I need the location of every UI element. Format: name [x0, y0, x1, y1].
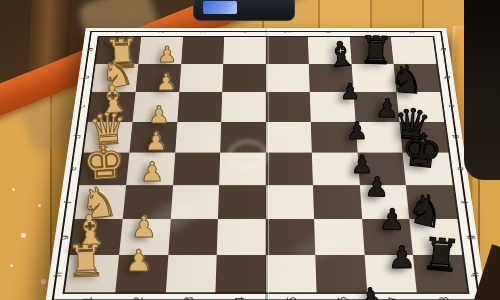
square-b3[interactable] [179, 64, 224, 92]
piece-black-bishop-a6[interactable]: ♝ [324, 36, 358, 73]
coordinate-label: c [76, 105, 86, 108]
coordinate-label: h [52, 272, 63, 277]
piece-black-pawn-g7[interactable]: ♟ [379, 205, 406, 235]
square-a4[interactable] [223, 37, 266, 64]
piece-white-pawn-b2[interactable]: ♟ [156, 71, 177, 94]
square-d3[interactable] [175, 122, 222, 153]
piece-black-king-e8[interactable]: ♚ [399, 125, 445, 175]
coordinate-label: a [438, 48, 448, 51]
photo-scene: 1122334455667788aabbccddeeffgghh ♜♞♝♛♚♞♝… [0, 0, 500, 300]
square-f4[interactable] [218, 185, 266, 219]
square-b4[interactable] [222, 64, 266, 92]
square-c3[interactable] [177, 92, 223, 122]
coordinate-label: f [459, 201, 470, 203]
coordinate-label: e [67, 167, 78, 171]
board-stain [228, 140, 268, 170]
piece-black-rook-a7[interactable]: ♜ [358, 31, 393, 70]
coordinate-label: c [446, 105, 456, 108]
piece-white-pawn-c2[interactable]: ♟ [148, 103, 170, 127]
square-h4[interactable] [216, 255, 266, 293]
square-a3[interactable] [181, 37, 225, 64]
board-fold-line [265, 28, 268, 300]
smartphone [193, 0, 295, 21]
coordinate-label: f [62, 201, 73, 203]
piece-white-pawn-a2[interactable]: ♟ [157, 44, 177, 66]
piece-black-rook-h8[interactable]: ♜ [419, 232, 462, 279]
coordinate-label: g [464, 235, 475, 240]
piece-black-pawn-d6[interactable]: ♟ [346, 119, 368, 143]
square-c5[interactable] [266, 92, 311, 122]
square-c4[interactable] [221, 92, 266, 122]
phone-screen [203, 1, 237, 14]
paint-specks [12, 188, 15, 191]
square-h3[interactable] [165, 255, 217, 293]
square-f6[interactable] [313, 185, 362, 219]
square-a5[interactable] [266, 37, 309, 64]
piece-black-pawn-f7[interactable]: ♟ [364, 173, 389, 201]
piece-white-rook-h1[interactable]: ♜ [66, 239, 107, 284]
coordinate-label: 6 [325, 31, 333, 34]
coordinate-label: 5 [283, 31, 290, 34]
piece-white-pawn-e2[interactable]: ♟ [140, 158, 164, 185]
piece-white-pawn-d2[interactable]: ♟ [145, 129, 167, 154]
coordinate-label: b [80, 75, 90, 79]
piece-black-pawn-b6[interactable]: ♟ [340, 81, 360, 103]
piece-black-pawn-off-board[interactable]: ♟ [359, 283, 384, 300]
square-f5[interactable] [266, 185, 314, 219]
coordinate-label: e [454, 167, 465, 171]
square-g4[interactable] [217, 219, 266, 255]
square-e5[interactable] [266, 153, 313, 185]
square-b5[interactable] [266, 64, 310, 92]
coordinate-label: 3 [199, 31, 207, 34]
square-d5[interactable] [266, 122, 312, 153]
coordinate-label: h [469, 272, 480, 277]
coordinate-label: 4 [241, 31, 248, 34]
player-arm [464, 0, 500, 180]
coordinate-label: b [442, 75, 452, 79]
coordinate-label: 2 [157, 31, 165, 34]
piece-white-pawn-h2[interactable]: ♟ [126, 246, 153, 276]
piece-white-pawn-g2[interactable]: ♟ [131, 213, 157, 242]
coordinate-label: 8 [409, 31, 417, 34]
coordinate-label: d [450, 135, 460, 139]
coordinate-label: a [85, 48, 95, 51]
square-e3[interactable] [173, 153, 221, 185]
piece-black-pawn-h7[interactable]: ♟ [388, 242, 416, 273]
